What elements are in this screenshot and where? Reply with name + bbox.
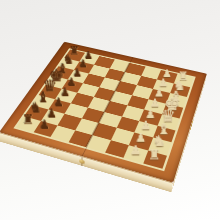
piece-black-rook[interactable]: ♜ <box>22 113 34 126</box>
piece-black-pawn[interactable]: ♟ <box>40 120 51 132</box>
square-a1[interactable]: ♜ <box>143 150 167 169</box>
scene: ♜♟♟♜♞♟♟♞♝♟♟♝♚♟♟♚♛♟♟♛♝♟♟♝♞♟♟♞♜♟♟♜ <box>0 0 220 220</box>
hinge-pin-icon <box>79 159 84 165</box>
piece-white-pawn[interactable]: ♟ <box>140 120 151 132</box>
piece-white-pawn[interactable]: ♟ <box>135 132 146 144</box>
chess-set-photo: ♜♟♟♜♞♟♟♞♝♟♟♝♚♟♟♚♛♟♟♛♝♟♟♝♞♟♟♞♜♟♟♜ <box>0 0 220 220</box>
chess-board: ♜♟♟♜♞♟♟♞♝♟♟♝♚♟♟♚♛♟♟♛♝♟♟♝♞♟♟♞♜♟♟♜ <box>0 42 207 183</box>
piece-white-pawn[interactable]: ♟ <box>130 144 141 156</box>
piece-white-rook[interactable]: ♜ <box>148 148 161 162</box>
